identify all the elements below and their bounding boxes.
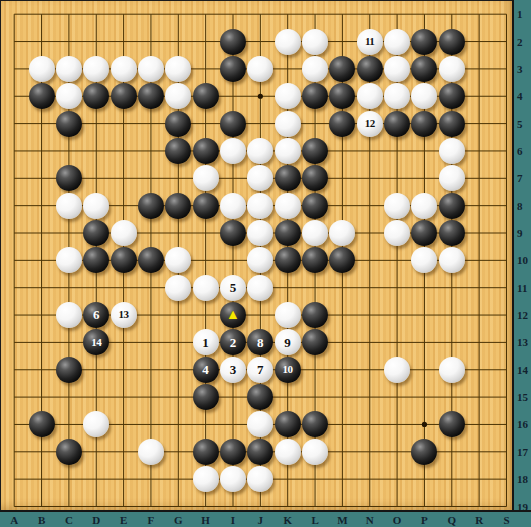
white-stone-O8[interactable]	[384, 193, 410, 219]
black-stone-L13[interactable]	[302, 329, 328, 355]
column-label-J: J	[258, 514, 264, 526]
column-label-P: P	[421, 514, 428, 526]
row-label-14: 14	[517, 364, 528, 376]
black-stone-F4[interactable]	[138, 83, 164, 109]
black-stone-H8[interactable]	[193, 193, 219, 219]
white-stone-K12[interactable]	[275, 302, 301, 328]
black-stone-I17[interactable]	[220, 439, 246, 465]
black-stone-C14[interactable]	[56, 357, 82, 383]
white-stone-Q6[interactable]	[439, 138, 465, 164]
white-stone-D8[interactable]	[83, 193, 109, 219]
black-stone-D9[interactable]	[83, 220, 109, 246]
white-stone-K2[interactable]	[275, 29, 301, 55]
column-label-N: N	[366, 514, 374, 526]
row-label-2: 2	[517, 36, 523, 48]
white-stone-O14[interactable]	[384, 357, 410, 383]
move-number-label: 2	[230, 336, 237, 349]
move-number-label: 6	[93, 308, 100, 321]
black-stone-M3[interactable]	[329, 56, 355, 82]
white-stone-O9[interactable]	[384, 220, 410, 246]
white-stone-E12[interactable]: 13	[111, 302, 137, 328]
black-stone-L10[interactable]	[302, 247, 328, 273]
white-stone-I11[interactable]: 5	[220, 275, 246, 301]
white-stone-Q14[interactable]	[439, 357, 465, 383]
column-label-B: B	[38, 514, 45, 526]
move-number-label: 4	[202, 363, 209, 376]
white-stone-N2[interactable]: 11	[357, 29, 383, 55]
black-stone-H15[interactable]	[193, 384, 219, 410]
black-stone-G8[interactable]	[165, 193, 191, 219]
black-stone-P2[interactable]	[411, 29, 437, 55]
white-stone-I8[interactable]	[220, 193, 246, 219]
white-stone-J8[interactable]	[247, 193, 273, 219]
black-stone-P5[interactable]	[411, 111, 437, 137]
white-stone-G11[interactable]	[165, 275, 191, 301]
white-stone-D16[interactable]	[83, 411, 109, 437]
black-stone-L12[interactable]	[302, 302, 328, 328]
column-coordinate-strip: ABCDEFGHIJKLMNOPQRS	[0, 510, 531, 527]
black-stone-D13[interactable]: 14	[83, 329, 109, 355]
white-stone-Q10[interactable]	[439, 247, 465, 273]
black-stone-I2[interactable]	[220, 29, 246, 55]
white-stone-K13[interactable]: 9	[275, 329, 301, 355]
black-stone-H14[interactable]: 4	[193, 357, 219, 383]
black-stone-D10[interactable]	[83, 247, 109, 273]
black-stone-N3[interactable]	[357, 56, 383, 82]
move-number-label: 8	[257, 336, 264, 349]
row-label-9: 9	[517, 227, 523, 239]
white-stone-D3[interactable]	[83, 56, 109, 82]
white-stone-J6[interactable]	[247, 138, 273, 164]
move-number-label: 12	[365, 118, 375, 129]
white-stone-J3[interactable]	[247, 56, 273, 82]
white-stone-O3[interactable]	[384, 56, 410, 82]
white-stone-F17[interactable]	[138, 439, 164, 465]
column-label-H: H	[201, 514, 210, 526]
black-stone-P17[interactable]	[411, 439, 437, 465]
white-stone-H18[interactable]	[193, 466, 219, 492]
white-stone-K17[interactable]	[275, 439, 301, 465]
black-stone-C17[interactable]	[56, 439, 82, 465]
white-stone-L3[interactable]	[302, 56, 328, 82]
black-stone-C5[interactable]	[56, 111, 82, 137]
white-stone-P4[interactable]	[411, 83, 437, 109]
column-label-Q: Q	[448, 514, 457, 526]
white-stone-H11[interactable]	[193, 275, 219, 301]
black-stone-G5[interactable]	[165, 111, 191, 137]
white-stone-L2[interactable]	[302, 29, 328, 55]
row-label-6: 6	[517, 145, 523, 157]
white-stone-E3[interactable]	[111, 56, 137, 82]
black-stone-B16[interactable]	[29, 411, 55, 437]
row-label-1: 1	[517, 8, 523, 20]
white-stone-I6[interactable]	[220, 138, 246, 164]
row-label-5: 5	[517, 118, 523, 130]
white-stone-J14[interactable]: 7	[247, 357, 273, 383]
move-number-label: 3	[230, 363, 237, 376]
black-stone-K10[interactable]	[275, 247, 301, 273]
black-stone-K9[interactable]	[275, 220, 301, 246]
black-stone-J15[interactable]	[247, 384, 273, 410]
white-stone-L17[interactable]	[302, 439, 328, 465]
column-label-A: A	[10, 514, 18, 526]
black-stone-Q16[interactable]	[439, 411, 465, 437]
move-number-label: 9	[284, 336, 291, 349]
black-stone-H6[interactable]	[193, 138, 219, 164]
row-label-17: 17	[517, 446, 528, 458]
black-stone-Q4[interactable]	[439, 83, 465, 109]
black-stone-C7[interactable]	[56, 165, 82, 191]
black-stone-H17[interactable]	[193, 439, 219, 465]
white-stone-O4[interactable]	[384, 83, 410, 109]
black-stone-I3[interactable]	[220, 56, 246, 82]
black-stone-D4[interactable]	[83, 83, 109, 109]
black-stone-K14[interactable]: 10	[275, 357, 301, 383]
black-stone-Q2[interactable]	[439, 29, 465, 55]
white-stone-J11[interactable]	[247, 275, 273, 301]
white-stone-C12[interactable]	[56, 302, 82, 328]
white-stone-G4[interactable]	[165, 83, 191, 109]
white-stone-J16[interactable]	[247, 411, 273, 437]
black-stone-K16[interactable]	[275, 411, 301, 437]
black-stone-M4[interactable]	[329, 83, 355, 109]
white-stone-G10[interactable]	[165, 247, 191, 273]
white-stone-I18[interactable]	[220, 466, 246, 492]
black-stone-I12[interactable]: ▲	[220, 302, 246, 328]
white-stone-K6[interactable]	[275, 138, 301, 164]
white-stone-J10[interactable]	[247, 247, 273, 273]
white-stone-B3[interactable]	[29, 56, 55, 82]
column-label-O: O	[393, 514, 402, 526]
white-stone-C3[interactable]	[56, 56, 82, 82]
white-stone-Q3[interactable]	[439, 56, 465, 82]
white-stone-I14[interactable]: 3	[220, 357, 246, 383]
white-stone-H13[interactable]: 1	[193, 329, 219, 355]
black-stone-L8[interactable]	[302, 193, 328, 219]
white-stone-G3[interactable]	[165, 56, 191, 82]
row-label-4: 4	[517, 90, 523, 102]
white-stone-F3[interactable]	[138, 56, 164, 82]
row-label-11: 11	[517, 282, 527, 294]
black-stone-F10[interactable]	[138, 247, 164, 273]
white-stone-P10[interactable]	[411, 247, 437, 273]
move-number-label: 13	[119, 309, 129, 320]
column-label-G: G	[174, 514, 183, 526]
row-coordinate-strip: 12345678910111213141516171819	[512, 0, 531, 527]
black-stone-O5[interactable]	[384, 111, 410, 137]
column-label-M: M	[337, 514, 347, 526]
row-label-13: 13	[517, 336, 528, 348]
row-label-15: 15	[517, 391, 528, 403]
black-stone-L4[interactable]	[302, 83, 328, 109]
move-number-label: 5	[230, 281, 237, 294]
black-stone-I13[interactable]: 2	[220, 329, 246, 355]
row-label-3: 3	[517, 63, 523, 75]
move-number-label: 1	[202, 336, 209, 349]
column-label-S: S	[503, 514, 509, 526]
go-board-panel: 11125613▲14128943710 1234567891011121314…	[0, 0, 531, 527]
white-stone-K4[interactable]	[275, 83, 301, 109]
black-stone-D12[interactable]: 6	[83, 302, 109, 328]
white-stone-M9[interactable]	[329, 220, 355, 246]
white-stone-O2[interactable]	[384, 29, 410, 55]
white-stone-E9[interactable]	[111, 220, 137, 246]
black-stone-P3[interactable]	[411, 56, 437, 82]
row-label-18: 18	[517, 473, 528, 485]
move-number-label: 14	[91, 337, 101, 348]
white-stone-H7[interactable]	[193, 165, 219, 191]
black-stone-I9[interactable]	[220, 220, 246, 246]
white-stone-J7[interactable]	[247, 165, 273, 191]
move-number-label: 11	[365, 36, 374, 47]
white-stone-N4[interactable]	[357, 83, 383, 109]
black-stone-H4[interactable]	[193, 83, 219, 109]
black-stone-Q8[interactable]	[439, 193, 465, 219]
white-stone-C8[interactable]	[56, 193, 82, 219]
row-label-10: 10	[517, 254, 528, 266]
black-stone-L6[interactable]	[302, 138, 328, 164]
white-stone-K8[interactable]	[275, 193, 301, 219]
column-label-D: D	[92, 514, 100, 526]
black-stone-Q5[interactable]	[439, 111, 465, 137]
column-label-L: L	[311, 514, 318, 526]
white-stone-K5[interactable]	[275, 111, 301, 137]
black-stone-K7[interactable]	[275, 165, 301, 191]
white-stone-J18[interactable]	[247, 466, 273, 492]
white-stone-N5[interactable]: 12	[357, 111, 383, 137]
black-stone-F8[interactable]	[138, 193, 164, 219]
white-stone-P8[interactable]	[411, 193, 437, 219]
white-stone-L9[interactable]	[302, 220, 328, 246]
black-stone-Q9[interactable]	[439, 220, 465, 246]
white-stone-Q7[interactable]	[439, 165, 465, 191]
column-label-E: E	[120, 514, 127, 526]
move-number-label: 10	[283, 364, 293, 375]
black-stone-L16[interactable]	[302, 411, 328, 437]
black-stone-G6[interactable]	[165, 138, 191, 164]
black-stone-J13[interactable]: 8	[247, 329, 273, 355]
black-stone-M10[interactable]	[329, 247, 355, 273]
row-label-7: 7	[517, 172, 523, 184]
row-label-8: 8	[517, 200, 523, 212]
black-stone-M5[interactable]	[329, 111, 355, 137]
white-stone-J9[interactable]	[247, 220, 273, 246]
white-stone-C4[interactable]	[56, 83, 82, 109]
row-label-16: 16	[517, 418, 528, 430]
black-stone-E4[interactable]	[111, 83, 137, 109]
black-stone-L7[interactable]	[302, 165, 328, 191]
row-label-12: 12	[517, 309, 528, 321]
black-stone-B4[interactable]	[29, 83, 55, 109]
black-stone-I5[interactable]	[220, 111, 246, 137]
column-label-K: K	[283, 514, 292, 526]
black-stone-P9[interactable]	[411, 220, 437, 246]
triangle-mark-icon: ▲	[226, 308, 240, 322]
column-label-C: C	[65, 514, 73, 526]
column-label-R: R	[475, 514, 483, 526]
move-number-label: 7	[257, 363, 264, 376]
black-stone-J17[interactable]	[247, 439, 273, 465]
column-label-I: I	[231, 514, 235, 526]
board-intersections[interactable]: 11125613▲14128943710	[1, 1, 521, 521]
black-stone-E10[interactable]	[111, 247, 137, 273]
column-label-F: F	[148, 514, 155, 526]
white-stone-C10[interactable]	[56, 247, 82, 273]
